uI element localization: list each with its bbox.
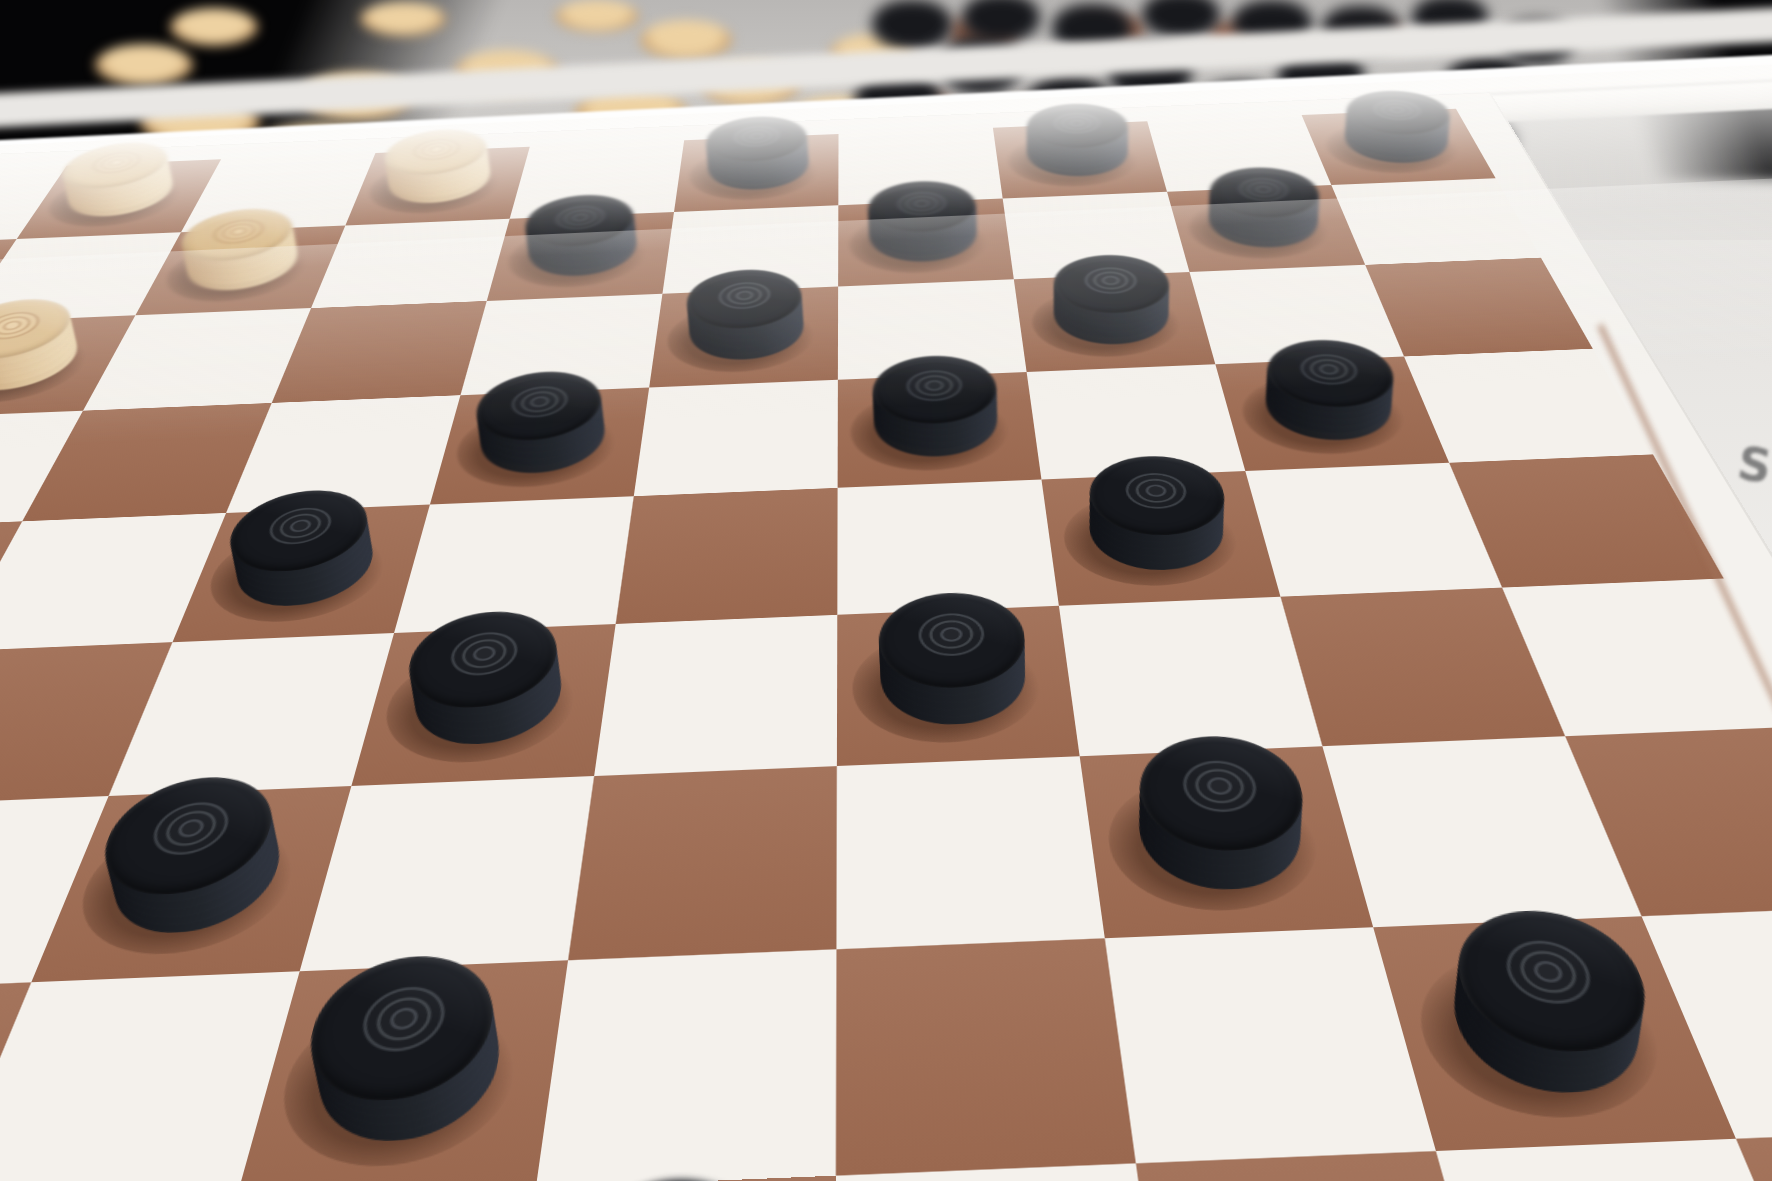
black-man[interactable] xyxy=(405,651,570,754)
perspective-scene xyxy=(0,0,1772,1181)
square-5-6[interactable] xyxy=(616,488,838,624)
white-man[interactable] xyxy=(0,333,93,399)
square-7-6[interactable] xyxy=(568,766,837,960)
square-6-4 xyxy=(109,633,394,796)
square-4-6 xyxy=(634,380,838,497)
board xyxy=(0,93,1772,1181)
black-man[interactable] xyxy=(874,392,1001,466)
white-man[interactable] xyxy=(382,160,497,210)
black-man[interactable] xyxy=(1050,289,1176,353)
black-man[interactable] xyxy=(1131,778,1314,900)
camera-tilt xyxy=(0,0,1772,1181)
white-man[interactable] xyxy=(177,241,308,298)
black-man[interactable] xyxy=(304,1000,511,1153)
black-man[interactable] xyxy=(1202,200,1326,255)
black-man[interactable] xyxy=(1084,494,1233,580)
square-7-7 xyxy=(836,756,1104,949)
square-2-5[interactable] xyxy=(487,212,674,301)
black-man[interactable] xyxy=(870,214,979,270)
square-2-9[interactable] xyxy=(1167,185,1365,272)
black-man[interactable] xyxy=(707,147,809,197)
square-3-10[interactable] xyxy=(1365,258,1593,357)
square-3-8[interactable] xyxy=(1014,272,1216,372)
square-6-7[interactable] xyxy=(837,606,1080,766)
square-1-10[interactable] xyxy=(1302,109,1496,185)
square-8-7[interactable] xyxy=(836,938,1136,1175)
square-8-6 xyxy=(536,949,837,1181)
square-4-7[interactable] xyxy=(838,372,1042,488)
square-2-7[interactable] xyxy=(838,199,1014,287)
black-man[interactable] xyxy=(524,227,641,283)
square-1-6[interactable] xyxy=(674,134,839,212)
square-4-9[interactable] xyxy=(1215,356,1449,471)
white-man[interactable] xyxy=(57,173,185,224)
black-man[interactable] xyxy=(96,819,296,944)
black-man[interactable] xyxy=(224,528,385,615)
square-8-9[interactable] xyxy=(1373,916,1736,1151)
black-man[interactable] xyxy=(687,304,805,368)
square-6-5[interactable] xyxy=(351,624,615,786)
black-man[interactable] xyxy=(474,407,611,481)
black-man[interactable] xyxy=(1336,122,1457,171)
square-3-6[interactable] xyxy=(649,286,838,387)
black-man[interactable] xyxy=(880,633,1031,735)
checkers-photo: S xyxy=(0,0,1772,1181)
square-7-8[interactable] xyxy=(1080,746,1374,938)
square-6-6 xyxy=(594,615,837,776)
square-2-10 xyxy=(1331,178,1541,265)
square-1-4[interactable] xyxy=(345,147,529,226)
black-man[interactable] xyxy=(1257,376,1403,449)
square-5-8[interactable] xyxy=(1041,471,1280,606)
square-1-8[interactable] xyxy=(993,121,1167,198)
black-man[interactable] xyxy=(1024,135,1132,184)
square-4-5[interactable] xyxy=(430,387,649,504)
black-man[interactable] xyxy=(1435,955,1661,1104)
square-6-8 xyxy=(1059,597,1323,756)
